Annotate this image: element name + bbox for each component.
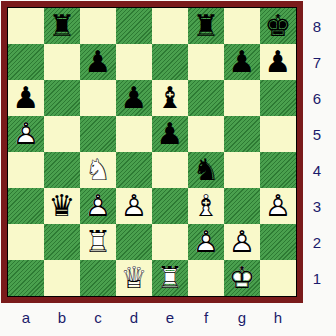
square-b7[interactable] <box>44 44 80 80</box>
file-label-f: f <box>188 303 224 331</box>
piece-black-rook[interactable]: ♜ <box>188 8 224 44</box>
pawn-white-outline: ♙ <box>8 116 44 152</box>
rank-label-6: 6 <box>304 80 330 116</box>
square-a5[interactable]: ♟♙ <box>8 116 44 152</box>
square-e1[interactable]: ♜♖ <box>152 260 188 296</box>
piece-white-bishop[interactable]: ♝♗ <box>188 188 224 224</box>
piece-white-pawn[interactable]: ♟♙ <box>80 188 116 224</box>
square-c5[interactable] <box>80 116 116 152</box>
square-a4[interactable] <box>8 152 44 188</box>
square-h4[interactable] <box>260 152 296 188</box>
square-f3[interactable]: ♝♗ <box>188 188 224 224</box>
piece-black-king[interactable]: ♚ <box>260 8 296 44</box>
square-d8[interactable] <box>116 8 152 44</box>
file-label-d: d <box>116 303 152 331</box>
pawn-white-outline: ♙ <box>224 224 260 260</box>
board-inner: ♜♜♚♟♟♟♟♟♝♟♙♟♞♘♞♛♟♙♟♙♝♗♟♙♜♖♟♙♟♙♛♕♜♖♚♔ <box>7 7 297 297</box>
square-h3[interactable]: ♟♙ <box>260 188 296 224</box>
piece-white-king[interactable]: ♚♔ <box>224 260 260 296</box>
king-white-outline: ♔ <box>224 260 260 296</box>
rank-label-5: 5 <box>304 116 330 152</box>
square-g1[interactable]: ♚♔ <box>224 260 260 296</box>
square-d6[interactable]: ♟ <box>116 80 152 116</box>
square-a1[interactable] <box>8 260 44 296</box>
square-h6[interactable] <box>260 80 296 116</box>
rank-label-8: 8 <box>304 8 330 44</box>
square-h8[interactable]: ♚ <box>260 8 296 44</box>
square-a7[interactable] <box>8 44 44 80</box>
rook-white-outline: ♖ <box>80 224 116 260</box>
square-b2[interactable] <box>44 224 80 260</box>
square-b1[interactable] <box>44 260 80 296</box>
file-label-g: g <box>224 303 260 331</box>
square-b8[interactable]: ♜ <box>44 8 80 44</box>
square-f6[interactable] <box>188 80 224 116</box>
rank-label-7: 7 <box>304 44 330 80</box>
piece-black-pawn[interactable]: ♟ <box>116 80 152 116</box>
square-f1[interactable] <box>188 260 224 296</box>
square-f7[interactable] <box>188 44 224 80</box>
pawn-white-outline: ♙ <box>260 188 296 224</box>
square-d5[interactable] <box>116 116 152 152</box>
piece-black-bishop[interactable]: ♝ <box>152 80 188 116</box>
square-c6[interactable] <box>80 80 116 116</box>
square-g3[interactable] <box>224 188 260 224</box>
chess-board: ♜♜♚♟♟♟♟♟♝♟♙♟♞♘♞♛♟♙♟♙♝♗♟♙♜♖♟♙♟♙♛♕♜♖♚♔ <box>8 8 296 296</box>
piece-white-rook[interactable]: ♜♖ <box>152 260 188 296</box>
square-c7[interactable]: ♟ <box>80 44 116 80</box>
square-e7[interactable] <box>152 44 188 80</box>
piece-white-pawn[interactable]: ♟♙ <box>116 188 152 224</box>
rank-label-4: 4 <box>304 152 330 188</box>
square-b4[interactable] <box>44 152 80 188</box>
square-d4[interactable] <box>116 152 152 188</box>
file-label-a: a <box>8 303 44 331</box>
file-label-b: b <box>44 303 80 331</box>
piece-black-rook[interactable]: ♜ <box>44 8 80 44</box>
queen-white-outline: ♕ <box>116 260 152 296</box>
piece-black-pawn[interactable]: ♟ <box>224 44 260 80</box>
square-e2[interactable] <box>152 224 188 260</box>
square-e5[interactable]: ♟ <box>152 116 188 152</box>
square-g5[interactable] <box>224 116 260 152</box>
square-b6[interactable] <box>44 80 80 116</box>
square-b5[interactable] <box>44 116 80 152</box>
square-g8[interactable] <box>224 8 260 44</box>
square-e8[interactable] <box>152 8 188 44</box>
piece-black-pawn[interactable]: ♟ <box>8 80 44 116</box>
file-coordinates: abcdefgh <box>8 303 296 331</box>
file-label-h: h <box>260 303 296 331</box>
square-g2[interactable]: ♟♙ <box>224 224 260 260</box>
square-c8[interactable] <box>80 8 116 44</box>
square-g6[interactable] <box>224 80 260 116</box>
knight-white-outline: ♘ <box>80 152 116 188</box>
square-c4[interactable]: ♞♘ <box>80 152 116 188</box>
square-f5[interactable] <box>188 116 224 152</box>
square-f4[interactable]: ♞ <box>188 152 224 188</box>
pawn-white-outline: ♙ <box>188 224 224 260</box>
square-d3[interactable]: ♟♙ <box>116 188 152 224</box>
square-g7[interactable]: ♟ <box>224 44 260 80</box>
file-label-c: c <box>80 303 116 331</box>
piece-white-pawn[interactable]: ♟♙ <box>8 116 44 152</box>
piece-white-pawn[interactable]: ♟♙ <box>188 224 224 260</box>
square-e4[interactable] <box>152 152 188 188</box>
board-frame: ♜♜♚♟♟♟♟♟♝♟♙♟♞♘♞♛♟♙♟♙♝♗♟♙♜♖♟♙♟♙♛♕♜♖♚♔ <box>1 1 303 303</box>
piece-white-pawn[interactable]: ♟♙ <box>260 188 296 224</box>
file-label-e: e <box>152 303 188 331</box>
square-c1[interactable] <box>80 260 116 296</box>
square-b3[interactable]: ♛ <box>44 188 80 224</box>
pawn-white-outline: ♙ <box>116 188 152 224</box>
square-a2[interactable] <box>8 224 44 260</box>
piece-black-pawn[interactable]: ♟ <box>80 44 116 80</box>
square-c2[interactable]: ♜♖ <box>80 224 116 260</box>
square-f2[interactable]: ♟♙ <box>188 224 224 260</box>
square-d2[interactable] <box>116 224 152 260</box>
piece-white-pawn[interactable]: ♟♙ <box>224 224 260 260</box>
square-d1[interactable]: ♛♕ <box>116 260 152 296</box>
piece-white-knight[interactable]: ♞♘ <box>80 152 116 188</box>
rank-label-1: 1 <box>304 260 330 296</box>
square-h1[interactable] <box>260 260 296 296</box>
square-h7[interactable]: ♟ <box>260 44 296 80</box>
square-a8[interactable] <box>8 8 44 44</box>
piece-white-queen[interactable]: ♛♕ <box>116 260 152 296</box>
piece-white-rook[interactable]: ♜♖ <box>80 224 116 260</box>
square-e6[interactable]: ♝ <box>152 80 188 116</box>
square-h2[interactable] <box>260 224 296 260</box>
square-a6[interactable]: ♟ <box>8 80 44 116</box>
square-d7[interactable] <box>116 44 152 80</box>
square-h5[interactable] <box>260 116 296 152</box>
rank-coordinates: 87654321 <box>304 8 330 296</box>
piece-black-queen[interactable]: ♛ <box>44 188 80 224</box>
rank-label-3: 3 <box>304 188 330 224</box>
piece-black-pawn[interactable]: ♟ <box>260 44 296 80</box>
rank-label-2: 2 <box>304 224 330 260</box>
bishop-white-outline: ♗ <box>188 188 224 224</box>
square-c3[interactable]: ♟♙ <box>80 188 116 224</box>
piece-black-pawn[interactable]: ♟ <box>152 116 188 152</box>
pawn-white-outline: ♙ <box>80 188 116 224</box>
square-f8[interactable]: ♜ <box>188 8 224 44</box>
piece-black-knight[interactable]: ♞ <box>188 152 224 188</box>
rook-white-outline: ♖ <box>152 260 188 296</box>
square-e3[interactable] <box>152 188 188 224</box>
square-a3[interactable] <box>8 188 44 224</box>
square-g4[interactable] <box>224 152 260 188</box>
